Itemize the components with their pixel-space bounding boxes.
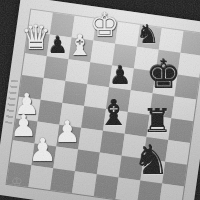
chessboard-photo: ♔ ♚♞♛♟♝♟♚♟♝♜♟♟♟♞: [0, 0, 200, 200]
square-b6[interactable]: [44, 56, 69, 81]
square-g8[interactable]: [159, 28, 184, 53]
chess-board[interactable]: ♔ ♚♞♛♟♝♟♚♟♝♜♟♟♟♞: [0, 0, 200, 200]
square-b1[interactable]: [28, 165, 53, 190]
black-king-g6[interactable]: ♚: [146, 55, 181, 94]
square-c2[interactable]: [53, 146, 78, 171]
square-d2[interactable]: [75, 150, 100, 175]
square-c6[interactable]: [65, 59, 90, 84]
square-e2[interactable]: [97, 153, 122, 178]
square-a6[interactable]: [22, 53, 47, 78]
square-c5[interactable]: [62, 81, 87, 106]
square-h5[interactable]: [171, 96, 196, 121]
black-rook-g4[interactable]: ♜: [143, 104, 173, 137]
white-pawn-b2[interactable]: ♟: [28, 134, 57, 166]
square-c1[interactable]: [50, 168, 75, 193]
square-e3[interactable]: [100, 131, 125, 156]
square-h1[interactable]: [159, 184, 184, 200]
square-b5[interactable]: [41, 78, 66, 103]
black-bishop-e4[interactable]: ♝: [98, 95, 130, 131]
square-e1[interactable]: [94, 174, 119, 199]
black-pawn-b7[interactable]: ♟: [47, 34, 68, 57]
white-pawn-c3[interactable]: ♟: [54, 117, 81, 147]
white-king-d8[interactable]: ♚: [90, 8, 120, 41]
black-knight-f8[interactable]: ♞: [136, 21, 159, 47]
square-h8[interactable]: [181, 31, 200, 56]
black-knight-g2[interactable]: ♞: [133, 140, 170, 181]
maker-emblem-icon: ♔: [11, 174, 23, 189]
black-pawn-e6[interactable]: ♟: [109, 63, 131, 88]
white-bishop-c7[interactable]: ♝: [67, 31, 93, 60]
square-d1[interactable]: [72, 171, 97, 196]
